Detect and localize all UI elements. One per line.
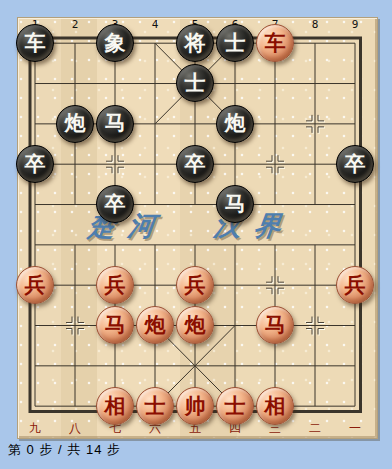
pieces-layer: 车象将士车士炮马炮卒卒卒卒马兵兵兵兵马炮炮马相士帅士相 xyxy=(15,23,375,427)
move-counter: 第 0 步 / 共 14 步 xyxy=(8,442,121,457)
black-general[interactable]: 将 xyxy=(176,24,214,62)
black-horse[interactable]: 马 xyxy=(216,185,254,223)
board-point: 卒 xyxy=(15,144,55,184)
board-point: 炮 xyxy=(175,305,215,345)
red-elephant[interactable]: 相 xyxy=(96,387,134,425)
red-soldier[interactable]: 兵 xyxy=(96,266,134,304)
board-point: 相 xyxy=(95,386,135,426)
board-point: 炮 xyxy=(55,104,95,144)
status-bar: 第 0 步 / 共 14 步 xyxy=(8,441,388,461)
black-horse[interactable]: 马 xyxy=(96,105,134,143)
red-chariot[interactable]: 车 xyxy=(256,24,294,62)
board-point: 象 xyxy=(95,23,135,63)
black-elephant[interactable]: 象 xyxy=(96,24,134,62)
board-point: 马 xyxy=(215,184,255,224)
board-point: 兵 xyxy=(15,265,55,305)
board-point: 卒 xyxy=(335,144,375,184)
board-point: 兵 xyxy=(175,265,215,305)
red-horse[interactable]: 马 xyxy=(96,306,134,344)
black-advisor[interactable]: 士 xyxy=(216,24,254,62)
red-horse[interactable]: 马 xyxy=(256,306,294,344)
board-point: 卒 xyxy=(95,184,135,224)
red-elephant[interactable]: 相 xyxy=(256,387,294,425)
red-soldier[interactable]: 兵 xyxy=(336,266,374,304)
board-point: 马 xyxy=(95,104,135,144)
board-point: 车 xyxy=(15,23,55,63)
board-point: 相 xyxy=(255,386,295,426)
board-point: 将 xyxy=(175,23,215,63)
black-soldier[interactable]: 卒 xyxy=(336,145,374,183)
red-general[interactable]: 帅 xyxy=(176,387,214,425)
board-point: 马 xyxy=(95,305,135,345)
black-soldier[interactable]: 卒 xyxy=(96,185,134,223)
board-point: 士 xyxy=(215,23,255,63)
red-cannon[interactable]: 炮 xyxy=(136,306,174,344)
board-point: 炮 xyxy=(215,104,255,144)
red-cannon[interactable]: 炮 xyxy=(176,306,214,344)
red-soldier[interactable]: 兵 xyxy=(176,266,214,304)
board-point: 帅 xyxy=(175,386,215,426)
board-point: 车 xyxy=(255,23,295,63)
board-point: 卒 xyxy=(175,144,215,184)
black-advisor[interactable]: 士 xyxy=(176,64,214,102)
black-chariot[interactable]: 车 xyxy=(16,24,54,62)
board-point: 士 xyxy=(135,386,175,426)
red-soldier[interactable]: 兵 xyxy=(16,266,54,304)
app-window: 123456789 楚河 汉界 车象将士车士炮马炮卒卒卒卒马兵兵兵兵马炮炮马相士… xyxy=(0,0,392,469)
board-point: 兵 xyxy=(95,265,135,305)
board-point: 士 xyxy=(175,63,215,103)
black-cannon[interactable]: 炮 xyxy=(56,105,94,143)
red-advisor[interactable]: 士 xyxy=(216,387,254,425)
black-soldier[interactable]: 卒 xyxy=(176,145,214,183)
board-point: 士 xyxy=(215,386,255,426)
black-cannon[interactable]: 炮 xyxy=(216,105,254,143)
black-soldier[interactable]: 卒 xyxy=(16,145,54,183)
board-point: 马 xyxy=(255,305,295,345)
red-advisor[interactable]: 士 xyxy=(136,387,174,425)
board-point: 炮 xyxy=(135,305,175,345)
board-point: 兵 xyxy=(335,265,375,305)
